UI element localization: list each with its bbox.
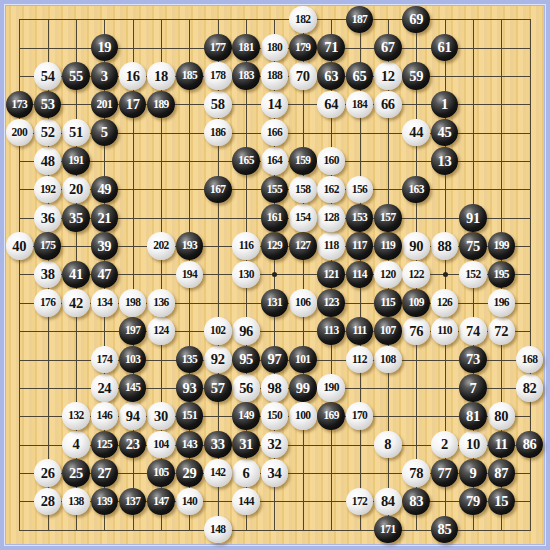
move-number: 95 xyxy=(239,352,253,367)
move-number: 7 xyxy=(469,381,476,396)
move-number: 139 xyxy=(97,496,112,508)
stone-white-8: 8 xyxy=(374,431,402,459)
move-number: 165 xyxy=(238,155,253,167)
move-number: 78 xyxy=(409,466,423,481)
stone-black-103: 103 xyxy=(119,346,147,374)
stone-black-13: 13 xyxy=(431,147,459,175)
stone-white-162: 162 xyxy=(317,176,345,204)
stone-black-39: 39 xyxy=(91,232,119,260)
move-number: 151 xyxy=(182,410,197,422)
stone-white-128: 128 xyxy=(317,204,345,232)
move-number: 67 xyxy=(381,40,395,55)
move-number: 105 xyxy=(153,467,168,479)
stone-black-41: 41 xyxy=(62,261,90,289)
move-number: 120 xyxy=(380,269,395,281)
stone-black-49: 49 xyxy=(91,176,119,204)
stone-black-145: 145 xyxy=(119,374,147,402)
move-number: 76 xyxy=(409,324,423,339)
stone-white-196: 196 xyxy=(488,289,516,317)
move-number: 175 xyxy=(40,240,55,252)
move-number: 127 xyxy=(295,240,310,252)
move-number: 189 xyxy=(153,99,168,111)
stone-white-2: 2 xyxy=(431,431,459,459)
move-number: 123 xyxy=(323,297,338,309)
move-number: 191 xyxy=(68,155,83,167)
move-number: 19 xyxy=(97,40,111,55)
stone-black-29: 29 xyxy=(176,459,204,487)
stone-black-123: 123 xyxy=(317,289,345,317)
move-number: 38 xyxy=(41,267,55,282)
move-number: 181 xyxy=(238,42,253,54)
stone-black-65: 65 xyxy=(346,62,374,90)
move-number: 77 xyxy=(438,466,452,481)
stone-black-81: 81 xyxy=(459,402,487,430)
move-number: 66 xyxy=(381,97,395,112)
stone-black-147: 147 xyxy=(147,488,175,516)
stone-black-109: 109 xyxy=(402,289,430,317)
stone-black-5: 5 xyxy=(91,119,119,147)
stone-white-12: 12 xyxy=(374,62,402,90)
stone-black-73: 73 xyxy=(459,346,487,374)
stone-black-57: 57 xyxy=(204,374,232,402)
stone-white-156: 156 xyxy=(346,176,374,204)
stone-black-9: 9 xyxy=(459,459,487,487)
move-number: 178 xyxy=(210,70,225,82)
stone-black-191: 191 xyxy=(62,147,90,175)
move-number: 134 xyxy=(97,297,112,309)
move-number: 182 xyxy=(295,14,310,26)
stone-white-188: 188 xyxy=(261,62,289,90)
move-number: 32 xyxy=(267,437,281,452)
stone-white-88: 88 xyxy=(431,232,459,260)
stone-white-142: 142 xyxy=(204,459,232,487)
move-number: 180 xyxy=(267,42,282,54)
move-number: 174 xyxy=(97,354,112,366)
stone-black-111: 111 xyxy=(346,317,374,345)
stone-white-18: 18 xyxy=(147,62,175,90)
move-number: 109 xyxy=(408,297,423,309)
move-number: 92 xyxy=(211,352,225,367)
stone-black-86: 86 xyxy=(516,431,544,459)
move-number: 159 xyxy=(295,155,310,167)
stone-black-195: 195 xyxy=(488,261,516,289)
move-number: 41 xyxy=(69,267,83,282)
move-number: 198 xyxy=(125,297,140,309)
stone-black-114: 114 xyxy=(346,261,374,289)
move-number: 170 xyxy=(352,410,367,422)
stone-black-23: 23 xyxy=(119,431,147,459)
stone-black-127: 127 xyxy=(289,232,317,260)
move-number: 138 xyxy=(68,496,83,508)
stone-black-125: 125 xyxy=(91,431,119,459)
move-number: 112 xyxy=(352,354,367,366)
stone-black-83: 83 xyxy=(402,488,430,516)
stone-black-129: 129 xyxy=(261,232,289,260)
stone-black-91: 91 xyxy=(459,204,487,232)
stone-black-85: 85 xyxy=(431,516,459,544)
move-number: 108 xyxy=(380,354,395,366)
stone-black-79: 79 xyxy=(459,488,487,516)
stone-white-176: 176 xyxy=(34,289,62,317)
move-number: 6 xyxy=(243,466,250,481)
stone-white-148: 148 xyxy=(204,516,232,544)
stone-black-161: 161 xyxy=(261,204,289,232)
stone-black-151: 151 xyxy=(176,402,204,430)
stone-white-90: 90 xyxy=(402,232,430,260)
stone-black-19: 19 xyxy=(91,34,119,62)
move-number: 160 xyxy=(323,155,338,167)
hoshi-point xyxy=(443,272,448,277)
stone-white-92: 92 xyxy=(204,346,232,374)
move-number: 136 xyxy=(153,297,168,309)
stone-black-33: 33 xyxy=(204,431,232,459)
move-number: 27 xyxy=(97,466,111,481)
stone-white-116: 116 xyxy=(232,232,260,260)
stone-black-71: 71 xyxy=(317,34,345,62)
move-number: 157 xyxy=(380,212,395,224)
move-number: 23 xyxy=(126,437,140,452)
move-number: 20 xyxy=(69,182,83,197)
move-number: 196 xyxy=(494,297,509,309)
stone-black-139: 139 xyxy=(91,488,119,516)
move-number: 99 xyxy=(296,381,310,396)
stone-black-189: 189 xyxy=(147,91,175,119)
stone-white-66: 66 xyxy=(374,91,402,119)
move-number: 137 xyxy=(125,496,140,508)
stone-black-167: 167 xyxy=(204,176,232,204)
stone-black-95: 95 xyxy=(232,346,260,374)
move-number: 83 xyxy=(409,494,423,509)
move-number: 36 xyxy=(41,211,55,226)
move-number: 125 xyxy=(97,439,112,451)
move-number: 26 xyxy=(41,466,55,481)
stone-black-77: 77 xyxy=(431,459,459,487)
stone-white-78: 78 xyxy=(402,459,430,487)
stone-white-42: 42 xyxy=(62,289,90,317)
stone-black-177: 177 xyxy=(204,34,232,62)
move-number: 200 xyxy=(12,127,27,139)
move-number: 202 xyxy=(153,240,168,252)
stone-black-179: 179 xyxy=(289,34,317,62)
move-number: 39 xyxy=(97,239,111,254)
stone-black-17: 17 xyxy=(119,91,147,119)
stone-white-120: 120 xyxy=(374,261,402,289)
move-number: 163 xyxy=(408,184,423,196)
stone-black-173: 173 xyxy=(6,91,34,119)
stone-white-194: 194 xyxy=(176,261,204,289)
move-number: 146 xyxy=(97,410,112,422)
move-number: 156 xyxy=(352,184,367,196)
stone-white-150: 150 xyxy=(261,402,289,430)
move-number: 21 xyxy=(97,211,111,226)
stone-white-160: 160 xyxy=(317,147,345,175)
stone-black-183: 183 xyxy=(232,62,260,90)
stone-white-74: 74 xyxy=(459,317,487,345)
move-number: 15 xyxy=(494,494,508,509)
stone-white-178: 178 xyxy=(204,62,232,90)
move-number: 184 xyxy=(352,99,367,111)
stone-white-118: 118 xyxy=(317,232,345,260)
move-number: 65 xyxy=(353,69,367,84)
move-number: 63 xyxy=(324,69,338,84)
move-number: 107 xyxy=(380,325,395,337)
hoshi-point xyxy=(272,272,277,277)
move-number: 122 xyxy=(408,269,423,281)
move-number: 169 xyxy=(323,410,338,422)
move-number: 14 xyxy=(267,97,281,112)
move-number: 201 xyxy=(97,99,112,111)
stone-black-113: 113 xyxy=(317,317,345,345)
stone-black-3: 3 xyxy=(91,62,119,90)
move-number: 40 xyxy=(12,239,26,254)
move-number: 2 xyxy=(441,437,448,452)
move-number: 55 xyxy=(69,69,83,84)
stone-white-112: 112 xyxy=(346,346,374,374)
stone-white-164: 164 xyxy=(261,147,289,175)
stone-white-30: 30 xyxy=(147,402,175,430)
move-number: 1 xyxy=(441,97,448,112)
stone-white-102: 102 xyxy=(204,317,232,345)
stone-white-24: 24 xyxy=(91,374,119,402)
stone-black-15: 15 xyxy=(488,488,516,516)
move-number: 172 xyxy=(352,496,367,508)
stone-black-99: 99 xyxy=(289,374,317,402)
move-number: 97 xyxy=(267,352,281,367)
stone-black-117: 117 xyxy=(346,232,374,260)
stone-white-132: 132 xyxy=(62,402,90,430)
move-number: 98 xyxy=(267,381,281,396)
move-number: 29 xyxy=(182,466,196,481)
stone-white-182: 182 xyxy=(289,6,317,34)
stone-white-138: 138 xyxy=(62,488,90,516)
move-number: 148 xyxy=(210,524,225,536)
stone-black-59: 59 xyxy=(402,62,430,90)
stone-white-26: 26 xyxy=(34,459,62,487)
stone-white-16: 16 xyxy=(119,62,147,90)
stone-black-137: 137 xyxy=(119,488,147,516)
stone-white-14: 14 xyxy=(261,91,289,119)
stone-white-80: 80 xyxy=(488,402,516,430)
move-number: 90 xyxy=(409,239,423,254)
stone-white-6: 6 xyxy=(232,459,260,487)
stone-white-36: 36 xyxy=(34,204,62,232)
stone-black-93: 93 xyxy=(176,374,204,402)
move-number: 13 xyxy=(438,154,452,169)
move-number: 154 xyxy=(295,212,310,224)
move-number: 45 xyxy=(438,125,452,140)
board-frame: 1234567891011121314151617181920212324252… xyxy=(0,0,550,550)
move-number: 9 xyxy=(469,466,476,481)
stone-black-155: 155 xyxy=(261,176,289,204)
stone-black-25: 25 xyxy=(62,459,90,487)
move-number: 84 xyxy=(381,494,395,509)
stone-black-63: 63 xyxy=(317,62,345,90)
move-number: 79 xyxy=(466,494,480,509)
stone-white-44: 44 xyxy=(402,119,430,147)
stone-white-108: 108 xyxy=(374,346,402,374)
stone-black-69: 69 xyxy=(402,6,430,34)
move-number: 190 xyxy=(323,382,338,394)
move-number: 106 xyxy=(295,297,310,309)
move-number: 158 xyxy=(295,184,310,196)
move-number: 24 xyxy=(97,381,111,396)
move-number: 35 xyxy=(69,211,83,226)
move-number: 115 xyxy=(380,297,395,309)
move-number: 73 xyxy=(466,352,480,367)
stone-black-1: 1 xyxy=(431,91,459,119)
move-number: 96 xyxy=(239,324,253,339)
move-number: 49 xyxy=(97,182,111,197)
move-number: 103 xyxy=(125,354,140,366)
move-number: 56 xyxy=(239,381,253,396)
move-number: 86 xyxy=(523,437,537,452)
move-number: 152 xyxy=(465,269,480,281)
stone-white-4: 4 xyxy=(62,431,90,459)
move-number: 82 xyxy=(523,381,537,396)
move-number: 3 xyxy=(101,69,108,84)
stone-black-169: 169 xyxy=(317,402,345,430)
move-number: 186 xyxy=(210,127,225,139)
stone-white-82: 82 xyxy=(516,374,544,402)
move-number: 117 xyxy=(352,240,367,252)
move-number: 71 xyxy=(324,40,338,55)
stone-white-28: 28 xyxy=(34,488,62,516)
stone-white-144: 144 xyxy=(232,488,260,516)
stone-white-198: 198 xyxy=(119,289,147,317)
move-number: 12 xyxy=(381,69,395,84)
stone-white-134: 134 xyxy=(91,289,119,317)
move-number: 34 xyxy=(267,466,281,481)
stone-white-32: 32 xyxy=(261,431,289,459)
stone-black-35: 35 xyxy=(62,204,90,232)
stone-black-143: 143 xyxy=(176,431,204,459)
move-number: 81 xyxy=(466,409,480,424)
stone-white-76: 76 xyxy=(402,317,430,345)
go-board[interactable]: 1234567891011121314151617181920212324252… xyxy=(6,6,544,544)
stone-white-202: 202 xyxy=(147,232,175,260)
stone-black-101: 101 xyxy=(289,346,317,374)
stone-white-154: 154 xyxy=(289,204,317,232)
stone-white-110: 110 xyxy=(431,317,459,345)
move-number: 58 xyxy=(211,97,225,112)
move-number: 85 xyxy=(438,522,452,537)
move-number: 168 xyxy=(522,354,537,366)
stone-black-149: 149 xyxy=(232,402,260,430)
move-number: 124 xyxy=(153,325,168,337)
move-number: 102 xyxy=(210,325,225,337)
stone-white-140: 140 xyxy=(176,488,204,516)
move-number: 150 xyxy=(267,410,282,422)
move-number: 116 xyxy=(239,240,254,252)
stone-white-104: 104 xyxy=(147,431,175,459)
move-number: 64 xyxy=(324,97,338,112)
move-number: 171 xyxy=(380,524,395,536)
move-number: 128 xyxy=(323,212,338,224)
stone-white-38: 38 xyxy=(34,261,62,289)
stone-white-40: 40 xyxy=(6,232,34,260)
move-number: 164 xyxy=(267,155,282,167)
stone-black-197: 197 xyxy=(119,317,147,345)
stone-white-172: 172 xyxy=(346,488,374,516)
stone-black-27: 27 xyxy=(91,459,119,487)
stone-white-170: 170 xyxy=(346,402,374,430)
move-number: 59 xyxy=(409,69,423,84)
move-number: 17 xyxy=(126,97,140,112)
move-number: 144 xyxy=(238,496,253,508)
move-number: 135 xyxy=(182,354,197,366)
stone-white-64: 64 xyxy=(317,91,345,119)
stone-black-45: 45 xyxy=(431,119,459,147)
move-number: 199 xyxy=(494,240,509,252)
move-number: 51 xyxy=(69,125,83,140)
stone-white-158: 158 xyxy=(289,176,317,204)
stone-white-152: 152 xyxy=(459,261,487,289)
stone-white-200: 200 xyxy=(6,119,34,147)
move-number: 87 xyxy=(494,466,508,481)
stone-white-184: 184 xyxy=(346,91,374,119)
stone-white-186: 186 xyxy=(204,119,232,147)
move-number: 179 xyxy=(295,42,310,54)
move-number: 91 xyxy=(466,211,480,226)
stone-white-96: 96 xyxy=(232,317,260,345)
stone-black-55: 55 xyxy=(62,62,90,90)
move-number: 183 xyxy=(238,70,253,82)
stone-white-54: 54 xyxy=(34,62,62,90)
move-number: 88 xyxy=(438,239,452,254)
stone-black-159: 159 xyxy=(289,147,317,175)
stone-black-11: 11 xyxy=(488,431,516,459)
stone-black-105: 105 xyxy=(147,459,175,487)
move-number: 110 xyxy=(437,325,452,337)
stone-white-52: 52 xyxy=(34,119,62,147)
move-number: 188 xyxy=(267,70,282,82)
move-number: 187 xyxy=(352,14,367,26)
stone-black-163: 163 xyxy=(402,176,430,204)
stone-black-193: 193 xyxy=(176,232,204,260)
move-number: 193 xyxy=(182,240,197,252)
stone-black-7: 7 xyxy=(459,374,487,402)
move-number: 44 xyxy=(409,125,423,140)
stone-white-136: 136 xyxy=(147,289,175,317)
move-number: 140 xyxy=(182,496,197,508)
stone-black-97: 97 xyxy=(261,346,289,374)
move-number: 5 xyxy=(101,125,108,140)
stone-white-130: 130 xyxy=(232,261,260,289)
move-number: 47 xyxy=(97,267,111,282)
stone-white-34: 34 xyxy=(261,459,289,487)
stone-white-192: 192 xyxy=(34,176,62,204)
stone-black-153: 153 xyxy=(346,204,374,232)
stone-black-199: 199 xyxy=(488,232,516,260)
move-number: 57 xyxy=(211,381,225,396)
move-number: 42 xyxy=(69,296,83,311)
move-number: 16 xyxy=(126,69,140,84)
move-number: 31 xyxy=(239,437,253,452)
stone-white-146: 146 xyxy=(91,402,119,430)
stone-black-157: 157 xyxy=(374,204,402,232)
move-number: 197 xyxy=(125,325,140,337)
stone-white-174: 174 xyxy=(91,346,119,374)
move-number: 104 xyxy=(153,439,168,451)
move-number: 142 xyxy=(210,467,225,479)
move-number: 74 xyxy=(466,324,480,339)
move-number: 111 xyxy=(352,325,366,337)
move-number: 161 xyxy=(267,212,282,224)
stone-white-124: 124 xyxy=(147,317,175,345)
move-number: 114 xyxy=(352,269,367,281)
move-number: 143 xyxy=(182,439,197,451)
stone-black-119: 119 xyxy=(374,232,402,260)
